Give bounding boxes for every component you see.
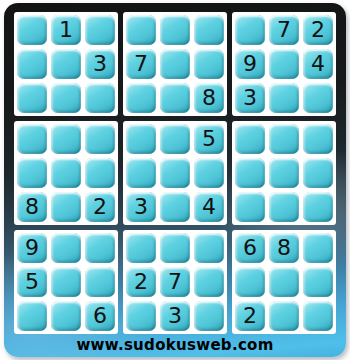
cell-r8c8[interactable] — [269, 267, 299, 297]
cell-r3c2[interactable] — [51, 83, 81, 113]
board-frame: 13787294382534956273682 www.sudokusweb.c… — [4, 3, 346, 357]
cell-r7c1[interactable]: 9 — [17, 233, 47, 263]
cell-r8c3[interactable] — [85, 267, 115, 297]
sudoku-board: 13787294382534956273682 — [14, 12, 336, 334]
cell-r8c2[interactable] — [51, 267, 81, 297]
cell-r4c9[interactable] — [303, 124, 333, 154]
cell-r8c1[interactable]: 5 — [17, 267, 47, 297]
cell-r5c1[interactable] — [17, 158, 47, 188]
cell-r1c7[interactable] — [235, 15, 265, 45]
block-r2c3 — [232, 121, 336, 225]
cell-r9c8[interactable] — [269, 301, 299, 331]
cell-r7c2[interactable] — [51, 233, 81, 263]
cell-r2c3[interactable]: 3 — [85, 49, 115, 79]
cell-r5c3[interactable] — [85, 158, 115, 188]
cell-r2c4[interactable]: 7 — [126, 49, 156, 79]
cell-r4c8[interactable] — [269, 124, 299, 154]
cell-r4c4[interactable] — [126, 124, 156, 154]
block-r1c2: 78 — [123, 12, 227, 116]
cell-r6c2[interactable] — [51, 192, 81, 222]
cell-r7c9[interactable] — [303, 233, 333, 263]
cell-r4c7[interactable] — [235, 124, 265, 154]
cell-r2c2[interactable] — [51, 49, 81, 79]
block-r3c3: 682 — [232, 230, 336, 334]
cell-r3c6[interactable]: 8 — [194, 83, 224, 113]
cell-r6c6[interactable]: 4 — [194, 192, 224, 222]
cell-r3c8[interactable] — [269, 83, 299, 113]
cell-r5c2[interactable] — [51, 158, 81, 188]
cell-r2c9[interactable]: 4 — [303, 49, 333, 79]
footer: www.sudokusweb.com — [14, 334, 336, 356]
cell-r8c5[interactable]: 7 — [160, 267, 190, 297]
cell-r8c7[interactable] — [235, 267, 265, 297]
cell-r9c6[interactable] — [194, 301, 224, 331]
block-r2c2: 534 — [123, 121, 227, 225]
cell-r1c6[interactable] — [194, 15, 224, 45]
cell-r9c7[interactable]: 2 — [235, 301, 265, 331]
cell-r3c5[interactable] — [160, 83, 190, 113]
cell-r3c1[interactable] — [17, 83, 47, 113]
cell-r9c1[interactable] — [17, 301, 47, 331]
cell-r3c4[interactable] — [126, 83, 156, 113]
cell-r8c6[interactable] — [194, 267, 224, 297]
cell-r4c3[interactable] — [85, 124, 115, 154]
cell-r9c4[interactable] — [126, 301, 156, 331]
cell-r3c7[interactable]: 3 — [235, 83, 265, 113]
cell-r9c2[interactable] — [51, 301, 81, 331]
cell-r3c3[interactable] — [85, 83, 115, 113]
cell-r1c5[interactable] — [160, 15, 190, 45]
cell-r8c4[interactable]: 2 — [126, 267, 156, 297]
cell-r5c5[interactable] — [160, 158, 190, 188]
cell-r6c4[interactable]: 3 — [126, 192, 156, 222]
cell-r7c8[interactable]: 8 — [269, 233, 299, 263]
cell-r4c2[interactable] — [51, 124, 81, 154]
block-r3c2: 273 — [123, 230, 227, 334]
cell-r1c9[interactable]: 2 — [303, 15, 333, 45]
cell-r5c6[interactable] — [194, 158, 224, 188]
cell-r6c5[interactable] — [160, 192, 190, 222]
cell-r9c5[interactable]: 3 — [160, 301, 190, 331]
cell-r7c5[interactable] — [160, 233, 190, 263]
cell-r4c5[interactable] — [160, 124, 190, 154]
cell-r6c9[interactable] — [303, 192, 333, 222]
cell-r6c1[interactable]: 8 — [17, 192, 47, 222]
cell-r5c9[interactable] — [303, 158, 333, 188]
cell-r6c7[interactable] — [235, 192, 265, 222]
cell-r4c6[interactable]: 5 — [194, 124, 224, 154]
cell-r9c9[interactable] — [303, 301, 333, 331]
cell-r7c6[interactable] — [194, 233, 224, 263]
site-url: www.sudokusweb.com — [76, 336, 273, 354]
cell-r1c1[interactable] — [17, 15, 47, 45]
cell-r7c3[interactable] — [85, 233, 115, 263]
cell-r3c9[interactable] — [303, 83, 333, 113]
block-r3c1: 956 — [14, 230, 118, 334]
block-r2c1: 82 — [14, 121, 118, 225]
cell-r1c4[interactable] — [126, 15, 156, 45]
cell-r5c8[interactable] — [269, 158, 299, 188]
block-r1c1: 13 — [14, 12, 118, 116]
cell-r6c8[interactable] — [269, 192, 299, 222]
cell-r2c5[interactable] — [160, 49, 190, 79]
cell-r7c4[interactable] — [126, 233, 156, 263]
cell-r8c9[interactable] — [303, 267, 333, 297]
cell-r2c7[interactable]: 9 — [235, 49, 265, 79]
block-r1c3: 72943 — [232, 12, 336, 116]
cell-r2c8[interactable] — [269, 49, 299, 79]
cell-r7c7[interactable]: 6 — [235, 233, 265, 263]
cell-r1c3[interactable] — [85, 15, 115, 45]
cell-r2c1[interactable] — [17, 49, 47, 79]
cell-r5c4[interactable] — [126, 158, 156, 188]
cell-r2c6[interactable] — [194, 49, 224, 79]
cell-r5c7[interactable] — [235, 158, 265, 188]
cell-r9c3[interactable]: 6 — [85, 301, 115, 331]
cell-r1c2[interactable]: 1 — [51, 15, 81, 45]
cell-r6c3[interactable]: 2 — [85, 192, 115, 222]
cell-r4c1[interactable] — [17, 124, 47, 154]
cell-r1c8[interactable]: 7 — [269, 15, 299, 45]
